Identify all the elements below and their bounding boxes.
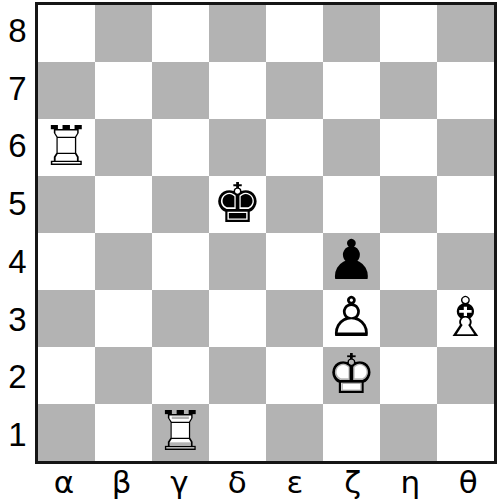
rank-label-6: 6 xyxy=(0,118,35,176)
square-e4[interactable] xyxy=(266,233,323,290)
square-g7[interactable] xyxy=(380,62,437,119)
square-f8[interactable] xyxy=(323,5,380,62)
white-rook-icon: ♖ xyxy=(156,404,205,459)
square-a4[interactable] xyxy=(38,233,95,290)
rank-label-5: 5 xyxy=(0,175,35,233)
piece-white-king-f2[interactable]: ♚♔ xyxy=(323,347,380,404)
rank-label-8: 8 xyxy=(0,2,35,60)
square-c2[interactable] xyxy=(152,347,209,404)
square-e5[interactable] xyxy=(266,176,323,233)
piece-white-rook-a6[interactable]: ♜♖ xyxy=(38,119,95,176)
file-label-h: θ xyxy=(439,464,497,500)
square-d2[interactable] xyxy=(209,347,266,404)
square-h7[interactable] xyxy=(437,62,494,119)
square-b4[interactable] xyxy=(95,233,152,290)
black-pawn-icon: ♟ xyxy=(327,233,376,288)
file-label-a: α xyxy=(35,464,93,500)
square-b2[interactable] xyxy=(95,347,152,404)
square-g6[interactable] xyxy=(380,119,437,176)
square-f2[interactable]: ♚♔ xyxy=(323,347,380,404)
square-c3[interactable] xyxy=(152,290,209,347)
square-a3[interactable] xyxy=(38,290,95,347)
file-label-c: γ xyxy=(151,464,209,500)
square-d6[interactable] xyxy=(209,119,266,176)
square-a6[interactable]: ♜♖ xyxy=(38,119,95,176)
square-a5[interactable] xyxy=(38,176,95,233)
square-a2[interactable] xyxy=(38,347,95,404)
rank-label-7: 7 xyxy=(0,60,35,118)
file-label-b: β xyxy=(93,464,151,500)
square-g3[interactable] xyxy=(380,290,437,347)
square-c6[interactable] xyxy=(152,119,209,176)
piece-white-bishop-h3[interactable]: ♝♗ xyxy=(437,290,494,347)
piece-black-king-d5[interactable]: ♚ xyxy=(209,176,266,233)
chess-diagram: 87654321 ♜♖♚♟♟♙♝♗♚♔♜♖ αβγδεζηθ xyxy=(0,0,500,500)
square-a7[interactable] xyxy=(38,62,95,119)
square-d1[interactable] xyxy=(209,404,266,461)
white-pawn-icon: ♙ xyxy=(327,290,376,345)
square-h4[interactable] xyxy=(437,233,494,290)
square-e1[interactable] xyxy=(266,404,323,461)
file-label-e: ε xyxy=(266,464,324,500)
rank-label-1: 1 xyxy=(0,406,35,464)
file-label-d: δ xyxy=(208,464,266,500)
square-b6[interactable] xyxy=(95,119,152,176)
square-d3[interactable] xyxy=(209,290,266,347)
square-b3[interactable] xyxy=(95,290,152,347)
file-labels: αβγδεζηθ xyxy=(35,464,497,500)
square-h6[interactable] xyxy=(437,119,494,176)
square-h1[interactable] xyxy=(437,404,494,461)
square-f3[interactable]: ♟♙ xyxy=(323,290,380,347)
black-king-icon: ♚ xyxy=(213,176,262,231)
square-a1[interactable] xyxy=(38,404,95,461)
square-f6[interactable] xyxy=(323,119,380,176)
chess-board: ♜♖♚♟♟♙♝♗♚♔♜♖ xyxy=(38,5,494,461)
square-f4[interactable]: ♟ xyxy=(323,233,380,290)
square-b8[interactable] xyxy=(95,5,152,62)
chess-board-frame: ♜♖♚♟♟♙♝♗♚♔♜♖ xyxy=(35,2,497,464)
square-h2[interactable] xyxy=(437,347,494,404)
square-f1[interactable] xyxy=(323,404,380,461)
square-d4[interactable] xyxy=(209,233,266,290)
white-rook-icon: ♖ xyxy=(42,119,91,174)
square-h5[interactable] xyxy=(437,176,494,233)
square-c8[interactable] xyxy=(152,5,209,62)
square-c4[interactable] xyxy=(152,233,209,290)
square-b7[interactable] xyxy=(95,62,152,119)
square-d7[interactable] xyxy=(209,62,266,119)
square-h3[interactable]: ♝♗ xyxy=(437,290,494,347)
square-g8[interactable] xyxy=(380,5,437,62)
square-e8[interactable] xyxy=(266,5,323,62)
white-bishop-icon: ♗ xyxy=(441,290,490,345)
file-label-f: ζ xyxy=(324,464,382,500)
square-e3[interactable] xyxy=(266,290,323,347)
file-label-g: η xyxy=(382,464,440,500)
white-king-icon: ♔ xyxy=(327,347,376,402)
square-d8[interactable] xyxy=(209,5,266,62)
square-f5[interactable] xyxy=(323,176,380,233)
square-g2[interactable] xyxy=(380,347,437,404)
square-c1[interactable]: ♜♖ xyxy=(152,404,209,461)
square-e2[interactable] xyxy=(266,347,323,404)
square-h8[interactable] xyxy=(437,5,494,62)
square-c5[interactable] xyxy=(152,176,209,233)
rank-label-3: 3 xyxy=(0,291,35,349)
piece-white-pawn-f3[interactable]: ♟♙ xyxy=(323,290,380,347)
square-g5[interactable] xyxy=(380,176,437,233)
square-b5[interactable] xyxy=(95,176,152,233)
square-a8[interactable] xyxy=(38,5,95,62)
square-b1[interactable] xyxy=(95,404,152,461)
square-d5[interactable]: ♚ xyxy=(209,176,266,233)
piece-white-rook-c1[interactable]: ♜♖ xyxy=(152,404,209,461)
piece-black-pawn-f4[interactable]: ♟ xyxy=(323,233,380,290)
square-f7[interactable] xyxy=(323,62,380,119)
square-e6[interactable] xyxy=(266,119,323,176)
square-g4[interactable] xyxy=(380,233,437,290)
rank-label-4: 4 xyxy=(0,233,35,291)
rank-labels: 87654321 xyxy=(0,2,35,464)
rank-label-2: 2 xyxy=(0,349,35,407)
square-c7[interactable] xyxy=(152,62,209,119)
square-e7[interactable] xyxy=(266,62,323,119)
square-g1[interactable] xyxy=(380,404,437,461)
